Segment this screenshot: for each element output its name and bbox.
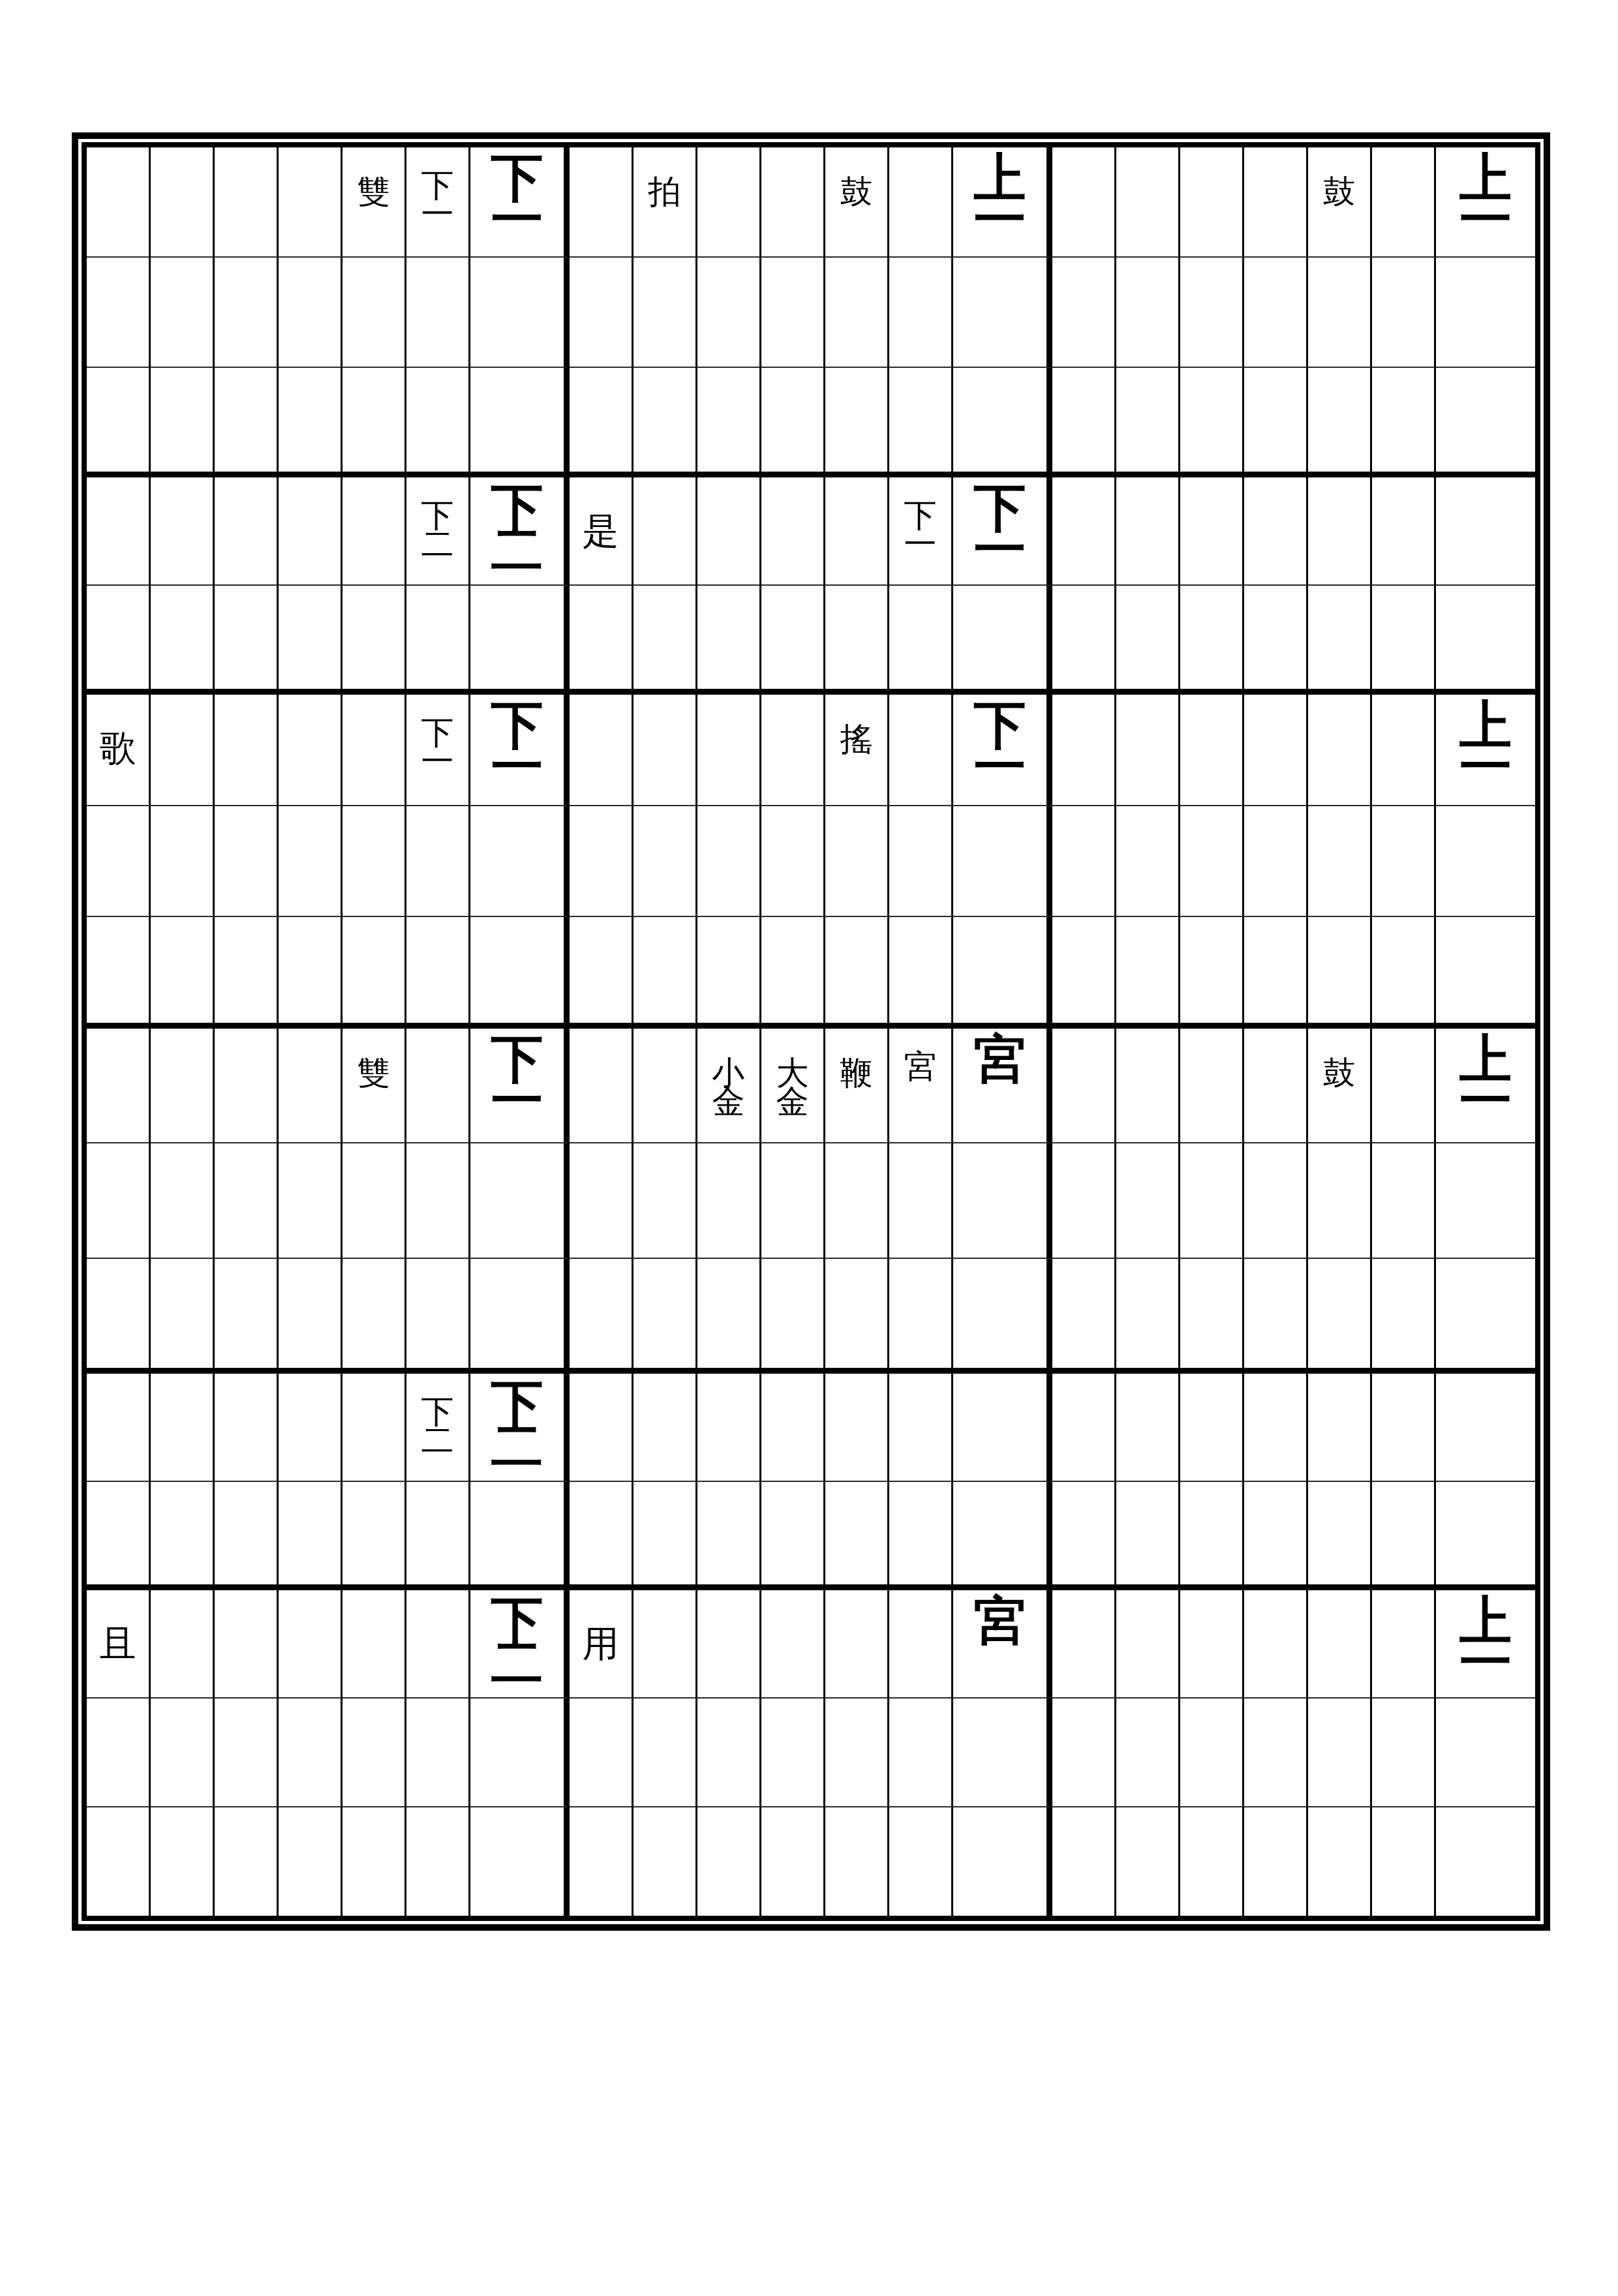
jeonggan-cell-r1-g2-c6 bbox=[889, 147, 953, 258]
jeonggan-cell-r9-g3-c5: 鼓 bbox=[1308, 1029, 1372, 1143]
jeonggan-cell-r11-g2-c3 bbox=[697, 1259, 761, 1374]
jeonggan-cell-r2-g3-c5 bbox=[1308, 258, 1372, 368]
jeonggan-cell-r9-g2-c6: 宮 bbox=[889, 1029, 953, 1143]
jeonggan-cell-r1-g2-c1 bbox=[570, 147, 633, 258]
jeonggan-cell-r1-g3-c6 bbox=[1372, 147, 1436, 258]
jeonggan-cell-r11-g1-c1 bbox=[87, 1259, 151, 1374]
jeonggan-cell-r2-g2-c7 bbox=[953, 258, 1052, 368]
jeonggan-cell-r10-g3-c3 bbox=[1180, 1143, 1244, 1259]
jeonggan-cell-r15-g1-c1 bbox=[87, 1699, 151, 1807]
annot-glyph: 雙 bbox=[356, 1059, 391, 1087]
jeonggan-cell-r7-g3-c1 bbox=[1052, 806, 1116, 917]
jeonggan-cell-r2-g2-c4 bbox=[761, 258, 825, 368]
jeonggan-cell-r10-g3-c1 bbox=[1052, 1143, 1116, 1259]
annot-glyph: 搖 bbox=[839, 725, 874, 753]
jeonggan-cell-r8-g3-c3 bbox=[1180, 917, 1244, 1029]
jeonggan-cell-r5-g3-c7 bbox=[1436, 586, 1535, 695]
jeonggan-cell-r15-g2-c3 bbox=[697, 1699, 761, 1807]
jeonggan-cell-r3-g1-c6 bbox=[406, 368, 470, 477]
jeonggan-cell-r3-g3-c3 bbox=[1180, 368, 1244, 477]
jeonggan-cell-r9-g1-c5: 雙 bbox=[343, 1029, 406, 1143]
jeonggan-cell-r1-g1-c3 bbox=[215, 147, 279, 258]
jeonggan-cell-r13-g2-c6 bbox=[889, 1482, 953, 1590]
jeonggan-cell-r5-g3-c2 bbox=[1116, 586, 1180, 695]
jeonggan-cell-r13-g3-c4 bbox=[1244, 1482, 1308, 1590]
pitch-big-glyph: 上一 bbox=[973, 157, 1028, 240]
jeonggan-cell-r1-g1-c5: 雙 bbox=[343, 147, 406, 258]
pitch-big-glyph: 上一 bbox=[1458, 704, 1513, 787]
jeonggan-cell-r14-g1-c7: 下二 bbox=[470, 1590, 570, 1699]
jeonggan-cell-r3-g2-c1 bbox=[570, 368, 633, 477]
jeonggan-cell-r7-g1-c3 bbox=[215, 806, 279, 917]
jeonggan-cell-r9-g3-c7: 上一 bbox=[1436, 1029, 1535, 1143]
jeonggan-cell-r12-g2-c3 bbox=[697, 1374, 761, 1482]
jeonggan-cell-r6-g1-c2 bbox=[151, 695, 215, 806]
jeonggan-cell-r2-g1-c2 bbox=[151, 258, 215, 368]
jeonggan-cell-r4-g3-c1 bbox=[1052, 477, 1116, 586]
jeonggan-cell-r14-g2-c5 bbox=[825, 1590, 889, 1699]
jeonggan-cell-r3-g1-c4 bbox=[279, 368, 343, 477]
jeonggan-cell-r15-g3-c3 bbox=[1180, 1699, 1244, 1807]
jeonggan-cell-r3-g3-c1 bbox=[1052, 368, 1116, 477]
jeonggan-cell-r12-g1-c6: 下二 bbox=[406, 1374, 470, 1482]
jeonggan-cell-r3-g2-c5 bbox=[825, 368, 889, 477]
jeonggan-cell-r15-g3-c2 bbox=[1116, 1699, 1180, 1807]
jeonggan-cell-r11-g2-c4 bbox=[761, 1259, 825, 1374]
jeonggan-cell-r10-g2-c1 bbox=[570, 1143, 633, 1259]
jeonggan-cell-r5-g1-c4 bbox=[279, 586, 343, 695]
jeonggan-cell-r6-g3-c4 bbox=[1244, 695, 1308, 806]
jeonggan-cell-r9-g1-c2 bbox=[151, 1029, 215, 1143]
pitch-small-glyph: 宮 bbox=[903, 1052, 938, 1081]
jeonggan-cell-r2-g1-c1 bbox=[87, 258, 151, 368]
jeonggan-cell-r7-g1-c6 bbox=[406, 806, 470, 917]
jeonggan-cell-r8-g3-c6 bbox=[1372, 917, 1436, 1029]
jeonggan-cell-r3-g3-c6 bbox=[1372, 368, 1436, 477]
jeonggan-cell-r3-g2-c7 bbox=[953, 368, 1052, 477]
jeonggan-cell-r13-g2-c5 bbox=[825, 1482, 889, 1590]
jeonggan-cell-r15-g2-c5 bbox=[825, 1699, 889, 1807]
jeonggan-cell-r12-g2-c2 bbox=[633, 1374, 697, 1482]
jeonggan-cell-r12-g3-c7 bbox=[1436, 1374, 1535, 1482]
jeonggan-cell-r5-g1-c2 bbox=[151, 586, 215, 695]
jeonggan-cell-r5-g2-c2 bbox=[633, 586, 697, 695]
jeonggan-cell-r11-g2-c2 bbox=[633, 1259, 697, 1374]
jeonggan-cell-r11-g1-c6 bbox=[406, 1259, 470, 1374]
jeonggan-cell-r10-g3-c6 bbox=[1372, 1143, 1436, 1259]
jeonggan-cell-r9-g2-c2 bbox=[633, 1029, 697, 1143]
jeonggan-cell-r16-g1-c6 bbox=[406, 1807, 470, 1916]
jeonggan-cell-r1-g1-c4 bbox=[279, 147, 343, 258]
jeonggan-cell-r8-g3-c7 bbox=[1436, 917, 1535, 1029]
jeonggan-cell-r2-g3-c7 bbox=[1436, 258, 1535, 368]
jeonggan-cell-r14-g3-c7: 上一 bbox=[1436, 1590, 1535, 1699]
jeonggan-cell-r1-g2-c5: 鼓 bbox=[825, 147, 889, 258]
jeonggan-cell-r4-g2-c5 bbox=[825, 477, 889, 586]
jeonggan-cell-r12-g2-c6 bbox=[889, 1374, 953, 1482]
jeonggan-cell-r6-g1-c3 bbox=[215, 695, 279, 806]
jeonggan-cell-r11-g2-c1 bbox=[570, 1259, 633, 1374]
pitch-big-glyph: 宮 bbox=[973, 1038, 1028, 1080]
jeonggan-cell-r12-g1-c2 bbox=[151, 1374, 215, 1482]
lyric-glyph: 用 bbox=[581, 1625, 620, 1662]
jeonggan-cell-r10-g1-c2 bbox=[151, 1143, 215, 1259]
jeonggan-cell-r2-g2-c1 bbox=[570, 258, 633, 368]
jeonggan-cell-r6-g1-c1: 歌 bbox=[87, 695, 151, 806]
jeonggan-cell-r6-g2-c1 bbox=[570, 695, 633, 806]
jeonggan-cell-r1-g2-c4 bbox=[761, 147, 825, 258]
jeonggan-cell-r4-g1-c1 bbox=[87, 477, 151, 586]
jeonggan-cell-r9-g3-c3 bbox=[1180, 1029, 1244, 1143]
jeonggan-cell-r1-g3-c1 bbox=[1052, 147, 1116, 258]
jeonggan-cell-r5-g2-c5 bbox=[825, 586, 889, 695]
jeonggan-cell-r1-g2-c7: 上一 bbox=[953, 147, 1052, 258]
jeonggan-cell-r14-g1-c1: 且 bbox=[87, 1590, 151, 1699]
jeonggan-cell-r13-g3-c3 bbox=[1180, 1482, 1244, 1590]
jeonggan-cell-r2-g1-c6 bbox=[406, 258, 470, 368]
jeonggan-cell-r7-g2-c7 bbox=[953, 806, 1052, 917]
jeonggan-cell-r16-g2-c4 bbox=[761, 1807, 825, 1916]
jeonggan-cell-r3-g1-c5 bbox=[343, 368, 406, 477]
jeonggan-cell-r8-g1-c2 bbox=[151, 917, 215, 1029]
jeonggan-cell-r13-g2-c1 bbox=[570, 1482, 633, 1590]
jeonggan-cell-r14-g1-c2 bbox=[151, 1590, 215, 1699]
jeonggan-cell-r14-g1-c4 bbox=[279, 1590, 343, 1699]
jeonggan-cell-r5-g2-c6 bbox=[889, 586, 953, 695]
pitch-small-glyph: 下一 bbox=[903, 501, 938, 558]
jeonggan-cell-r12-g3-c5 bbox=[1308, 1374, 1372, 1482]
jeonggan-cell-r13-g3-c6 bbox=[1372, 1482, 1436, 1590]
jeonggan-cell-r10-g3-c7 bbox=[1436, 1143, 1535, 1259]
jeonggan-cell-r8-g3-c1 bbox=[1052, 917, 1116, 1029]
jeonggan-cell-r6-g3-c6 bbox=[1372, 695, 1436, 806]
annot-glyph: 鼓 bbox=[1322, 177, 1357, 206]
jeonggan-cell-r2-g3-c6 bbox=[1372, 258, 1436, 368]
score-page: 雙下一下一拍鼓上一鼓上一下二下二是下一下一歌下一下一搖下一上一雙下一小金大金鞭宮… bbox=[0, 0, 1618, 2296]
jeonggan-cell-r5-g1-c6 bbox=[406, 586, 470, 695]
jeonggan-cell-r5-g3-c4 bbox=[1244, 586, 1308, 695]
jeonggan-cell-r10-g1-c7 bbox=[470, 1143, 570, 1259]
jeonggan-cell-r1-g1-c6: 下一 bbox=[406, 147, 470, 258]
jeonggan-cell-r13-g1-c2 bbox=[151, 1482, 215, 1590]
jeonggan-cell-r11-g2-c7 bbox=[953, 1259, 1052, 1374]
jeonggan-cell-r16-g3-c1 bbox=[1052, 1807, 1116, 1916]
jeonggan-cell-r16-g1-c4 bbox=[279, 1807, 343, 1916]
pitch-big-glyph: 上一 bbox=[1458, 1038, 1513, 1121]
jeonggan-cell-r5-g3-c5 bbox=[1308, 586, 1372, 695]
jeonggan-cell-r6-g1-c7: 下一 bbox=[470, 695, 570, 806]
jeonggan-cell-r15-g3-c5 bbox=[1308, 1699, 1372, 1807]
jeonggan-cell-r8-g2-c1 bbox=[570, 917, 633, 1029]
jeonggan-cell-r10-g2-c7 bbox=[953, 1143, 1052, 1259]
jeonggan-cell-r4-g2-c2 bbox=[633, 477, 697, 586]
jeonggan-cell-r8-g1-c5 bbox=[343, 917, 406, 1029]
jeonggan-cell-r12-g3-c2 bbox=[1116, 1374, 1180, 1482]
lyric-glyph: 是 bbox=[581, 513, 620, 549]
jeonggan-cell-r7-g3-c7 bbox=[1436, 806, 1535, 917]
jeonggan-cell-r4-g3-c3 bbox=[1180, 477, 1244, 586]
jeonggan-cell-r8-g3-c4 bbox=[1244, 917, 1308, 1029]
jeonggan-cell-r2-g2-c3 bbox=[697, 258, 761, 368]
jeonggan-cell-r6-g3-c7: 上一 bbox=[1436, 695, 1535, 806]
jeonggan-cell-r2-g3-c3 bbox=[1180, 258, 1244, 368]
jeonggan-cell-r5-g3-c6 bbox=[1372, 586, 1436, 695]
jeonggan-cell-r2-g1-c3 bbox=[215, 258, 279, 368]
jeonggan-cell-r15-g2-c4 bbox=[761, 1699, 825, 1807]
pitch-small-glyph: 下二 bbox=[420, 1397, 455, 1455]
jeonggan-cell-r16-g2-c5 bbox=[825, 1807, 889, 1916]
jeonggan-cell-r9-g3-c1 bbox=[1052, 1029, 1116, 1143]
annot-glyph: 鼓 bbox=[839, 177, 874, 206]
jeonggan-cell-r15-g2-c6 bbox=[889, 1699, 953, 1807]
jeonggan-cell-r3-g1-c3 bbox=[215, 368, 279, 477]
jeonggan-cell-r11-g3-c6 bbox=[1372, 1259, 1436, 1374]
jeonggan-cell-r8-g2-c5 bbox=[825, 917, 889, 1029]
jeonggan-cell-r4-g3-c4 bbox=[1244, 477, 1308, 586]
jeonggan-cell-r16-g1-c7 bbox=[470, 1807, 570, 1916]
jeonggan-cell-r4-g3-c7 bbox=[1436, 477, 1535, 586]
jeonggan-cell-r13-g2-c2 bbox=[633, 1482, 697, 1590]
jeonggan-cell-r15-g3-c7 bbox=[1436, 1699, 1535, 1807]
jeonggan-cell-r10-g2-c5 bbox=[825, 1143, 889, 1259]
annot-glyph: 鞭 bbox=[839, 1059, 874, 1087]
jeonggan-cell-r3-g3-c2 bbox=[1116, 368, 1180, 477]
jeonggan-cell-r9-g2-c4: 大金 bbox=[761, 1029, 825, 1143]
jeonggan-cell-r4-g2-c7: 下一 bbox=[953, 477, 1052, 586]
jeonggan-cell-r8-g3-c2 bbox=[1116, 917, 1180, 1029]
jeonggan-cell-r1-g2-c2: 拍 bbox=[633, 147, 697, 258]
jeonggan-cell-r12-g1-c5 bbox=[343, 1374, 406, 1482]
jeonggan-cell-r4-g1-c6: 下二 bbox=[406, 477, 470, 586]
jeonggan-cell-r5-g1-c7 bbox=[470, 586, 570, 695]
jeonggan-cell-r16-g1-c1 bbox=[87, 1807, 151, 1916]
pitch-big-glyph: 下一 bbox=[490, 704, 545, 787]
jeonggan-cell-r11-g3-c2 bbox=[1116, 1259, 1180, 1374]
jeonggan-cell-r14-g2-c4 bbox=[761, 1590, 825, 1699]
jeonggan-cell-r9-g3-c2 bbox=[1116, 1029, 1180, 1143]
jeonggan-cell-r14-g3-c2 bbox=[1116, 1590, 1180, 1699]
jeonggan-cell-r13-g1-c1 bbox=[87, 1482, 151, 1590]
jeonggan-cell-r7-g2-c5 bbox=[825, 806, 889, 917]
pitch-small-glyph: 下一 bbox=[420, 718, 455, 776]
jeonggan-cell-r2-g3-c1 bbox=[1052, 258, 1116, 368]
jeonggan-cell-r5-g2-c7 bbox=[953, 586, 1052, 695]
jeonggan-cell-r7-g3-c4 bbox=[1244, 806, 1308, 917]
jeonggan-cell-r13-g1-c3 bbox=[215, 1482, 279, 1590]
jeonggan-cell-r12-g2-c1 bbox=[570, 1374, 633, 1482]
jeonggan-cell-r3-g1-c1 bbox=[87, 368, 151, 477]
jeonggan-cell-r4-g1-c2 bbox=[151, 477, 215, 586]
jeonggan-cell-r11-g1-c4 bbox=[279, 1259, 343, 1374]
jeonggan-cell-r16-g1-c3 bbox=[215, 1807, 279, 1916]
jeonggan-cell-r10-g3-c4 bbox=[1244, 1143, 1308, 1259]
jeonggan-cell-r4-g3-c5 bbox=[1308, 477, 1372, 586]
annot-glyph: 大金 bbox=[775, 1059, 810, 1116]
jeonggan-cell-r7-g3-c3 bbox=[1180, 806, 1244, 917]
jeonggan-cell-r1-g3-c7: 上一 bbox=[1436, 147, 1535, 258]
jeonggan-cell-r11-g2-c6 bbox=[889, 1259, 953, 1374]
jeonggan-cell-r4-g1-c3 bbox=[215, 477, 279, 586]
jeonggan-cell-r9-g1-c1 bbox=[87, 1029, 151, 1143]
jeonggan-cell-r16-g3-c6 bbox=[1372, 1807, 1436, 1916]
jeonggan-cell-r15-g1-c7 bbox=[470, 1699, 570, 1807]
jeonggan-cell-r10-g1-c5 bbox=[343, 1143, 406, 1259]
jeonggan-cell-r9-g1-c3 bbox=[215, 1029, 279, 1143]
jeonggan-cell-r15-g3-c1 bbox=[1052, 1699, 1116, 1807]
annot-glyph: 雙 bbox=[356, 177, 391, 206]
jeonggan-cell-r14-g3-c6 bbox=[1372, 1590, 1436, 1699]
pitch-big-glyph: 下二 bbox=[490, 1383, 545, 1466]
jeonggan-cell-r1-g3-c5: 鼓 bbox=[1308, 147, 1372, 258]
jeonggan-cell-r12-g1-c3 bbox=[215, 1374, 279, 1482]
jeonggan-cell-r9-g2-c3: 小金 bbox=[697, 1029, 761, 1143]
pitch-small-glyph: 下一 bbox=[420, 171, 455, 228]
lyric-glyph: 且 bbox=[99, 1625, 138, 1662]
jeonggan-cell-r7-g1-c7 bbox=[470, 806, 570, 917]
jeonggan-cell-r4-g1-c5 bbox=[343, 477, 406, 586]
jeonggan-cell-r12-g2-c7 bbox=[953, 1374, 1052, 1482]
jeonggan-cell-r16-g2-c6 bbox=[889, 1807, 953, 1916]
jeonggan-cell-r16-g3-c3 bbox=[1180, 1807, 1244, 1916]
jeonggan-cell-r8-g2-c3 bbox=[697, 917, 761, 1029]
jeonggan-cell-r11-g3-c1 bbox=[1052, 1259, 1116, 1374]
jeonggan-cell-r3-g2-c4 bbox=[761, 368, 825, 477]
jeonggan-cell-r14-g3-c4 bbox=[1244, 1590, 1308, 1699]
jeonggan-cell-r14-g3-c3 bbox=[1180, 1590, 1244, 1699]
jeonggan-cell-r10-g3-c5 bbox=[1308, 1143, 1372, 1259]
jeonggan-cell-r15-g2-c7 bbox=[953, 1699, 1052, 1807]
jeonggan-cell-r10-g2-c4 bbox=[761, 1143, 825, 1259]
jeonggan-cell-r8-g3-c5 bbox=[1308, 917, 1372, 1029]
jeonggan-cell-r6-g1-c6: 下一 bbox=[406, 695, 470, 806]
jeonggan-cell-r3-g1-c7 bbox=[470, 368, 570, 477]
jeonggan-cell-r14-g2-c7: 宮 bbox=[953, 1590, 1052, 1699]
jeonggan-cell-r12-g2-c5 bbox=[825, 1374, 889, 1482]
jeonggan-cell-r2-g3-c2 bbox=[1116, 258, 1180, 368]
jeonggan-cell-r8-g2-c6 bbox=[889, 917, 953, 1029]
jeonggan-cell-r2-g2-c6 bbox=[889, 258, 953, 368]
jeonggan-cell-r16-g2-c1 bbox=[570, 1807, 633, 1916]
jeonggan-cell-r2-g2-c2 bbox=[633, 258, 697, 368]
jeonggan-cell-r6-g2-c6 bbox=[889, 695, 953, 806]
jeonggan-cell-r4-g1-c4 bbox=[279, 477, 343, 586]
jeonggan-cell-r9-g2-c1 bbox=[570, 1029, 633, 1143]
jeonggan-cell-r13-g2-c4 bbox=[761, 1482, 825, 1590]
jeonggan-cell-r1-g2-c3 bbox=[697, 147, 761, 258]
annot-glyph: 小金 bbox=[711, 1059, 746, 1116]
jeonggan-cell-r10-g2-c2 bbox=[633, 1143, 697, 1259]
jeonggan-cell-r16-g2-c2 bbox=[633, 1807, 697, 1916]
jeonggan-cell-r6-g2-c7: 下一 bbox=[953, 695, 1052, 806]
pitch-big-glyph: 下一 bbox=[490, 157, 545, 240]
jeonggan-cell-r7-g2-c1 bbox=[570, 806, 633, 917]
pitch-big-glyph: 下一 bbox=[973, 487, 1028, 570]
jeonggan-cell-r1-g1-c7: 下一 bbox=[470, 147, 570, 258]
jeonggan-cell-r8-g1-c1 bbox=[87, 917, 151, 1029]
jeonggan-cell-r5-g1-c1 bbox=[87, 586, 151, 695]
jeonggan-cell-r10-g1-c3 bbox=[215, 1143, 279, 1259]
jeonggan-cell-r15-g2-c1 bbox=[570, 1699, 633, 1807]
jeonggan-cell-r7-g1-c5 bbox=[343, 806, 406, 917]
jeonggan-cell-r10-g2-c3 bbox=[697, 1143, 761, 1259]
jeonggan-cell-r6-g2-c4 bbox=[761, 695, 825, 806]
jeonggan-cell-r3-g2-c3 bbox=[697, 368, 761, 477]
jeonggan-cell-r9-g2-c7: 宮 bbox=[953, 1029, 1052, 1143]
jeonggan-cell-r9-g3-c4 bbox=[1244, 1029, 1308, 1143]
jeonggan-cell-r13-g3-c7 bbox=[1436, 1482, 1535, 1590]
jeonggan-cell-r6-g3-c5 bbox=[1308, 695, 1372, 806]
jeonggan-cell-r3-g2-c6 bbox=[889, 368, 953, 477]
jeonggan-cell-r15-g1-c2 bbox=[151, 1699, 215, 1807]
jeonggan-cell-r11-g3-c5 bbox=[1308, 1259, 1372, 1374]
jeonggan-cell-r15-g1-c3 bbox=[215, 1699, 279, 1807]
jeonggan-cell-r4-g2-c4 bbox=[761, 477, 825, 586]
jeonggan-cell-r16-g3-c2 bbox=[1116, 1807, 1180, 1916]
jeonggan-cell-r13-g1-c6 bbox=[406, 1482, 470, 1590]
jeonggan-cell-r12-g1-c7: 下二 bbox=[470, 1374, 570, 1482]
jeonggan-cell-r4-g2-c1: 是 bbox=[570, 477, 633, 586]
pitch-small-glyph: 下二 bbox=[420, 501, 455, 558]
jeonggan-cell-r8-g1-c7 bbox=[470, 917, 570, 1029]
jeonggan-cell-r1-g3-c4 bbox=[1244, 147, 1308, 258]
jeonggan-cell-r8-g2-c7 bbox=[953, 917, 1052, 1029]
jeonggan-cell-r11-g3-c4 bbox=[1244, 1259, 1308, 1374]
jeonggan-cell-r6-g2-c5: 搖 bbox=[825, 695, 889, 806]
jeonggan-cell-r11-g3-c3 bbox=[1180, 1259, 1244, 1374]
jeonggan-cell-r12-g3-c1 bbox=[1052, 1374, 1116, 1482]
jeonggan-cell-r8-g1-c3 bbox=[215, 917, 279, 1029]
jeonggan-cell-r5-g2-c3 bbox=[697, 586, 761, 695]
jeonggan-cell-r16-g3-c4 bbox=[1244, 1807, 1308, 1916]
jeonggan-cell-r6-g3-c3 bbox=[1180, 695, 1244, 806]
jeonggan-cell-r11-g1-c7 bbox=[470, 1259, 570, 1374]
jeonggan-cell-r8-g1-c6 bbox=[406, 917, 470, 1029]
jeonggan-cell-r7-g2-c6 bbox=[889, 806, 953, 917]
jeonggan-cell-r3-g1-c2 bbox=[151, 368, 215, 477]
jeonggan-cell-r15-g1-c5 bbox=[343, 1699, 406, 1807]
jeonggan-cell-r6-g3-c2 bbox=[1116, 695, 1180, 806]
jeonggan-cell-r7-g1-c1 bbox=[87, 806, 151, 917]
jeonggan-cell-r8-g1-c4 bbox=[279, 917, 343, 1029]
jeonggan-cell-r13-g3-c1 bbox=[1052, 1482, 1116, 1590]
jeonggan-cell-r6-g2-c2 bbox=[633, 695, 697, 806]
jeonggan-cell-r3-g3-c5 bbox=[1308, 368, 1372, 477]
pitch-big-glyph: 下二 bbox=[490, 487, 545, 570]
jeonggan-cell-r4-g2-c6: 下一 bbox=[889, 477, 953, 586]
jeonggan-cell-r12-g3-c4 bbox=[1244, 1374, 1308, 1482]
jeonggan-cell-r16-g1-c5 bbox=[343, 1807, 406, 1916]
jeonggan-cell-r7-g3-c6 bbox=[1372, 806, 1436, 917]
jeonggan-cell-r8-g2-c4 bbox=[761, 917, 825, 1029]
jeonggan-cell-r4-g3-c2 bbox=[1116, 477, 1180, 586]
jeonggan-cell-r15-g3-c4 bbox=[1244, 1699, 1308, 1807]
jeonggan-cell-r13-g1-c5 bbox=[343, 1482, 406, 1590]
jeonggan-cell-r9-g1-c6 bbox=[406, 1029, 470, 1143]
jeonggan-cell-r13-g3-c5 bbox=[1308, 1482, 1372, 1590]
jeonggan-cell-r10-g1-c4 bbox=[279, 1143, 343, 1259]
jeonggan-cell-r1-g1-c1 bbox=[87, 147, 151, 258]
jeonggan-cell-r1-g3-c3 bbox=[1180, 147, 1244, 258]
jeonggan-cell-r12-g1-c4 bbox=[279, 1374, 343, 1482]
jeonggan-cell-r14-g2-c2 bbox=[633, 1590, 697, 1699]
jeonggan-cell-r9-g2-c5: 鞭 bbox=[825, 1029, 889, 1143]
jeonggan-cell-r2-g1-c7 bbox=[470, 258, 570, 368]
pitch-big-glyph: 上一 bbox=[1458, 1599, 1513, 1683]
pitch-big-glyph: 上一 bbox=[1458, 157, 1513, 240]
jeonggan-cell-r14-g1-c3 bbox=[215, 1590, 279, 1699]
jeonggan-cell-r11-g1-c3 bbox=[215, 1259, 279, 1374]
jeonggan-cell-r5-g1-c3 bbox=[215, 586, 279, 695]
